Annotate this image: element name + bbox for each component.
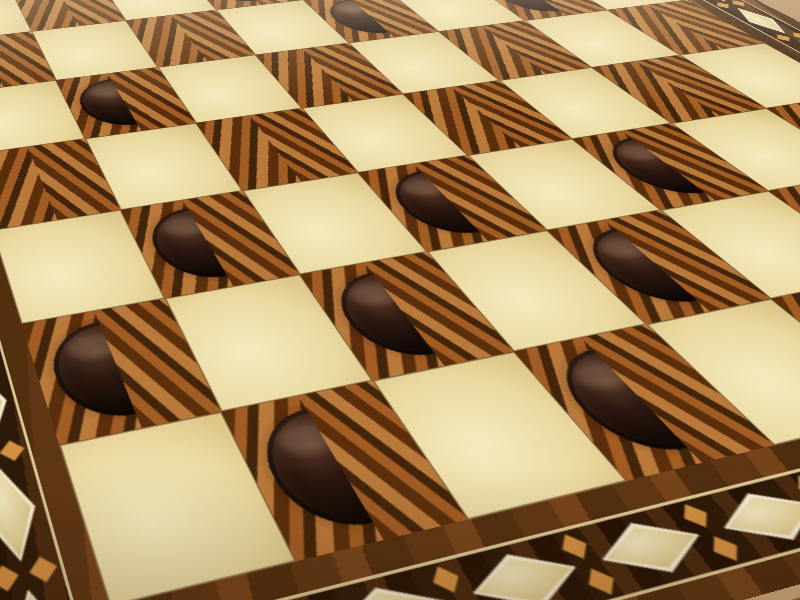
border-accent-diamond (703, 533, 749, 564)
border-accent-diamond (579, 565, 624, 598)
border-pearl-diamond (702, 482, 800, 552)
border-diamond-unit (0, 567, 103, 600)
border-pearl-diamond (456, 542, 596, 600)
square-h4[interactable] (680, 43, 800, 108)
black-checker-piece[interactable] (41, 312, 197, 426)
border-accent-diamond (788, 473, 800, 500)
border-accent-diamond (674, 501, 718, 530)
square-d4[interactable] (302, 94, 468, 173)
border-diamond-unit (0, 354, 28, 462)
square-e4[interactable] (403, 80, 572, 155)
border-diamond-unit (0, 276, 1, 365)
checkers-board (0, 0, 800, 600)
border-accent-diamond (0, 345, 1, 366)
border-pearl-diamond (583, 511, 722, 586)
board-frame (0, 0, 800, 600)
border-pearl-diamond (0, 583, 89, 600)
border-diamond-unit (684, 473, 800, 564)
square-c6[interactable] (126, 10, 256, 67)
border-pearl-diamond (0, 364, 17, 450)
checkers-board-photo (0, 0, 800, 600)
piece-shadow (558, 216, 757, 318)
piece-top-face (70, 74, 180, 130)
border-diamond-unit (302, 563, 482, 600)
border-diamond-unit (437, 531, 615, 600)
black-checker-piece[interactable] (70, 74, 180, 130)
border-accent-diamond (425, 563, 467, 596)
border-accent-diamond (0, 562, 22, 595)
border-accent-diamond (26, 554, 60, 586)
border-accent-diamond (553, 531, 596, 562)
border-pearl-diamond (0, 461, 49, 568)
board-scene (0, 0, 800, 600)
border-pearl-diamond (321, 574, 462, 600)
piece-top-face (0, 38, 42, 87)
square-b7[interactable] (11, 0, 126, 31)
border-diamond-unit (0, 449, 61, 584)
border-diamond-unit (564, 501, 741, 598)
border-diamond-unit (159, 597, 340, 600)
border-accent-diamond (0, 438, 27, 463)
black-checker-piece[interactable] (0, 38, 42, 87)
